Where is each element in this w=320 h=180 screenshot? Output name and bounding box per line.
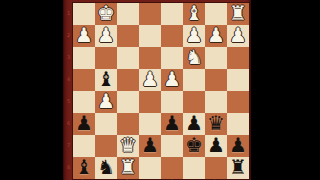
square-a6[interactable]	[227, 113, 249, 135]
white-pawn[interactable]: ♟	[97, 25, 115, 46]
black-knight[interactable]: ♞	[97, 157, 115, 178]
square-d3[interactable]	[161, 47, 183, 69]
square-d7[interactable]	[161, 135, 183, 157]
square-g8[interactable]: ♞	[95, 157, 117, 179]
white-pawn[interactable]: ♟	[97, 91, 115, 112]
white-king[interactable]: ♚	[97, 3, 115, 24]
square-a5[interactable]	[227, 91, 249, 113]
square-g4[interactable]: ♝	[95, 69, 117, 91]
file-label-g: g	[94, 179, 116, 180]
square-h3[interactable]	[73, 47, 95, 69]
square-e6[interactable]	[139, 113, 161, 135]
square-a3[interactable]	[227, 47, 249, 69]
square-b7[interactable]: ♟	[205, 135, 227, 157]
black-pawn[interactable]: ♟	[163, 113, 181, 134]
black-pawn[interactable]: ♟	[229, 135, 247, 156]
white-knight[interactable]: ♞	[185, 47, 203, 68]
board-frame: 12345678 ♚♝♜♟♟♟♟♟♞♝♟♟♟♟♟♟♛♛♟♚♟♟♝♞♜♜ hgfe…	[63, 0, 251, 180]
square-f4[interactable]	[117, 69, 139, 91]
rank-label-7: 7	[65, 134, 72, 156]
black-king[interactable]: ♚	[185, 135, 203, 156]
square-a1[interactable]: ♜	[227, 3, 249, 25]
file-label-e: e	[138, 179, 160, 180]
square-g1[interactable]: ♚	[95, 3, 117, 25]
white-pawn[interactable]: ♟	[163, 69, 181, 90]
square-c1[interactable]: ♝	[183, 3, 205, 25]
white-rook[interactable]: ♜	[229, 3, 247, 24]
square-h1[interactable]	[73, 3, 95, 25]
square-g5[interactable]: ♟	[95, 91, 117, 113]
square-c3[interactable]: ♞	[183, 47, 205, 69]
square-d8[interactable]	[161, 157, 183, 179]
white-pawn[interactable]: ♟	[141, 69, 159, 90]
file-label-d: d	[160, 179, 182, 180]
square-a8[interactable]: ♜	[227, 157, 249, 179]
rank-label-8: 8	[65, 156, 72, 178]
square-c5[interactable]	[183, 91, 205, 113]
square-b3[interactable]	[205, 47, 227, 69]
square-a7[interactable]: ♟	[227, 135, 249, 157]
white-pawn[interactable]: ♟	[229, 25, 247, 46]
square-h7[interactable]	[73, 135, 95, 157]
square-f8[interactable]: ♜	[117, 157, 139, 179]
black-bishop[interactable]: ♝	[97, 69, 115, 90]
square-d5[interactable]	[161, 91, 183, 113]
black-rook[interactable]: ♜	[229, 157, 247, 178]
square-e1[interactable]	[139, 3, 161, 25]
square-h2[interactable]: ♟	[73, 25, 95, 47]
black-pawn[interactable]: ♟	[141, 135, 159, 156]
square-a4[interactable]	[227, 69, 249, 91]
white-pawn[interactable]: ♟	[207, 25, 225, 46]
square-e3[interactable]	[139, 47, 161, 69]
square-c8[interactable]	[183, 157, 205, 179]
black-pawn[interactable]: ♟	[75, 113, 93, 134]
square-d2[interactable]	[161, 25, 183, 47]
rank-label-1: 1	[65, 2, 72, 24]
rank-label-3: 3	[65, 46, 72, 68]
square-g3[interactable]	[95, 47, 117, 69]
background: 12345678 ♚♝♜♟♟♟♟♟♞♝♟♟♟♟♟♟♛♛♟♚♟♟♝♞♜♜ hgfe…	[0, 0, 320, 180]
black-pawn[interactable]: ♟	[207, 135, 225, 156]
square-c7[interactable]: ♚	[183, 135, 205, 157]
square-e7[interactable]: ♟	[139, 135, 161, 157]
square-f1[interactable]	[117, 3, 139, 25]
square-d1[interactable]	[161, 3, 183, 25]
rank-labels: 12345678	[65, 2, 72, 178]
square-f3[interactable]	[117, 47, 139, 69]
square-f5[interactable]	[117, 91, 139, 113]
chess-board[interactable]: ♚♝♜♟♟♟♟♟♞♝♟♟♟♟♟♟♛♛♟♚♟♟♝♞♜♜	[72, 2, 250, 180]
black-pawn[interactable]: ♟	[185, 113, 203, 134]
square-b1[interactable]	[205, 3, 227, 25]
white-rook[interactable]: ♜	[119, 157, 137, 178]
square-f2[interactable]	[117, 25, 139, 47]
square-d6[interactable]: ♟	[161, 113, 183, 135]
rank-label-5: 5	[65, 90, 72, 112]
square-f6[interactable]	[117, 113, 139, 135]
square-h6[interactable]: ♟	[73, 113, 95, 135]
square-d4[interactable]: ♟	[161, 69, 183, 91]
square-c2[interactable]: ♟	[183, 25, 205, 47]
rank-label-4: 4	[65, 68, 72, 90]
black-queen[interactable]: ♛	[207, 113, 225, 134]
square-g7[interactable]	[95, 135, 117, 157]
square-c4[interactable]	[183, 69, 205, 91]
square-b6[interactable]: ♛	[205, 113, 227, 135]
square-a2[interactable]: ♟	[227, 25, 249, 47]
white-pawn[interactable]: ♟	[185, 25, 203, 46]
rank-label-2: 2	[65, 24, 72, 46]
square-g6[interactable]	[95, 113, 117, 135]
white-bishop[interactable]: ♝	[185, 3, 203, 24]
white-pawn[interactable]: ♟	[75, 25, 93, 46]
square-b4[interactable]	[205, 69, 227, 91]
white-queen[interactable]: ♛	[119, 135, 137, 156]
file-label-c: c	[182, 179, 204, 180]
square-h5[interactable]	[73, 91, 95, 113]
square-e8[interactable]	[139, 157, 161, 179]
square-e4[interactable]: ♟	[139, 69, 161, 91]
rank-label-6: 6	[65, 112, 72, 134]
file-labels: hgfedcba	[72, 179, 248, 180]
black-bishop[interactable]: ♝	[75, 157, 93, 178]
square-b8[interactable]	[205, 157, 227, 179]
square-e2[interactable]	[139, 25, 161, 47]
square-h8[interactable]: ♝	[73, 157, 95, 179]
square-b2[interactable]: ♟	[205, 25, 227, 47]
square-c6[interactable]: ♟	[183, 113, 205, 135]
square-h4[interactable]	[73, 69, 95, 91]
file-label-h: h	[72, 179, 94, 180]
file-label-b: b	[204, 179, 226, 180]
file-label-a: a	[226, 179, 248, 180]
square-f7[interactable]: ♛	[117, 135, 139, 157]
square-e5[interactable]	[139, 91, 161, 113]
square-b5[interactable]	[205, 91, 227, 113]
file-label-f: f	[116, 179, 138, 180]
square-g2[interactable]: ♟	[95, 25, 117, 47]
